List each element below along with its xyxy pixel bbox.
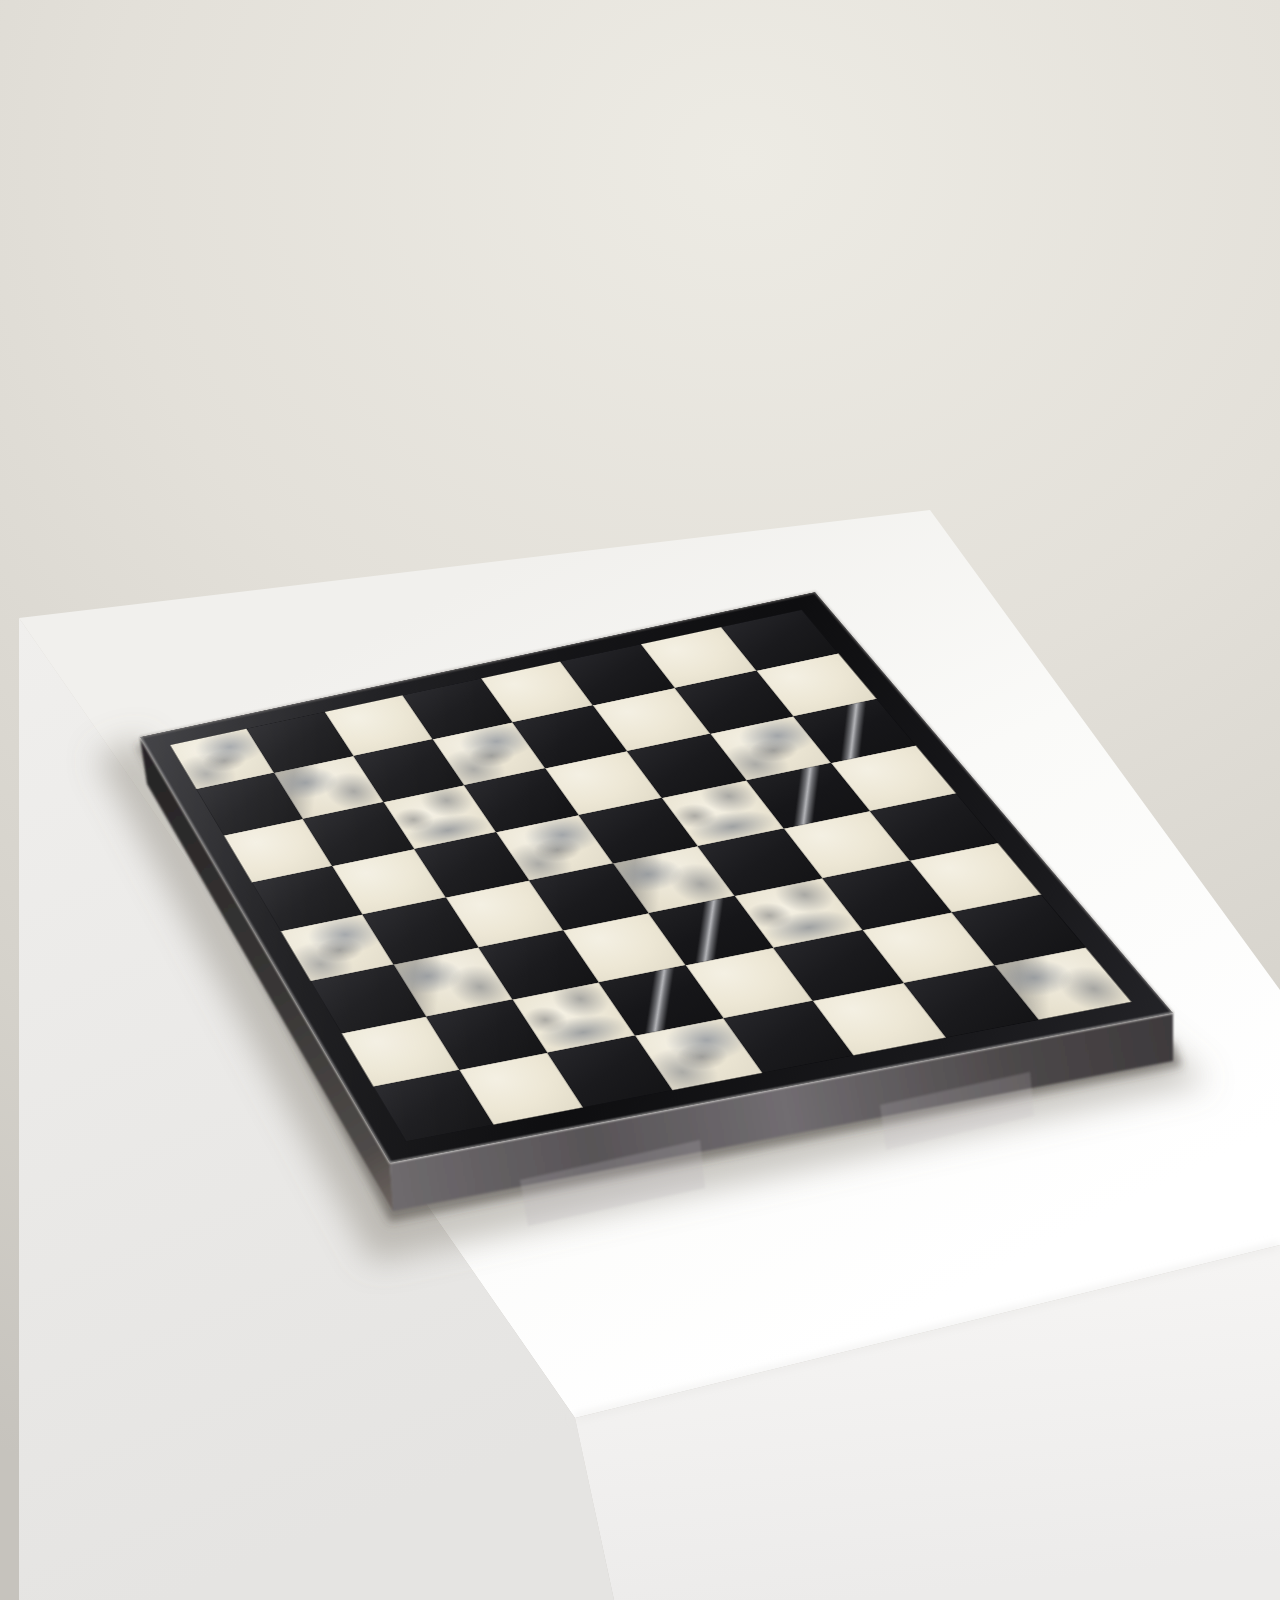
photo-scene: [0, 0, 1280, 1600]
